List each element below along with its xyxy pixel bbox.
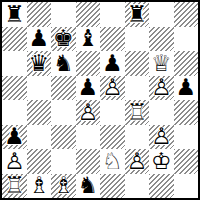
square-d4[interactable]: ♟♙: [76, 100, 101, 125]
black-pawn: ♟: [27, 27, 52, 52]
square-b6[interactable]: ♛: [27, 51, 52, 76]
white-bishop-fill: ♝: [51, 174, 76, 199]
square-g8[interactable]: [149, 2, 174, 27]
black-rook: ♜: [125, 2, 150, 27]
square-e4[interactable]: [100, 100, 125, 125]
square-b5[interactable]: [27, 76, 52, 101]
square-e2[interactable]: ♞♘: [100, 149, 125, 174]
square-f8[interactable]: ♜: [125, 2, 150, 27]
white-pawn: ♙: [2, 149, 27, 174]
white-knight-fill: ♞: [100, 149, 125, 174]
white-bishop: ♗: [51, 174, 76, 199]
square-h8[interactable]: [174, 2, 199, 27]
square-b2[interactable]: [27, 149, 52, 174]
square-d8[interactable]: [76, 2, 101, 27]
square-e5[interactable]: ♟♙: [100, 76, 125, 101]
square-g2[interactable]: ♚♔: [149, 149, 174, 174]
white-queen: ♕: [149, 51, 174, 76]
square-g3[interactable]: ♟♙: [149, 125, 174, 150]
square-f5[interactable]: [125, 76, 150, 101]
square-f1[interactable]: [125, 174, 150, 199]
square-c7[interactable]: ♚: [51, 27, 76, 52]
square-d3[interactable]: [76, 125, 101, 150]
square-c3[interactable]: [51, 125, 76, 150]
square-a6[interactable]: [2, 51, 27, 76]
square-h1[interactable]: [174, 174, 199, 199]
white-pawn: ♙: [125, 149, 150, 174]
square-e6[interactable]: ♟: [100, 51, 125, 76]
black-pawn: ♟: [76, 76, 101, 101]
square-g6[interactable]: ♛♕: [149, 51, 174, 76]
square-a5[interactable]: [2, 76, 27, 101]
white-rook: ♖: [2, 174, 27, 199]
square-a3[interactable]: ♟: [2, 125, 27, 150]
square-c6[interactable]: ♞: [51, 51, 76, 76]
white-pawn-fill: ♟: [149, 76, 174, 101]
white-pawn: ♙: [100, 76, 125, 101]
white-pawn-fill: ♟: [149, 125, 174, 150]
square-f2[interactable]: ♟♙: [125, 149, 150, 174]
square-g1[interactable]: [149, 174, 174, 199]
black-bishop: ♝: [76, 27, 101, 52]
square-b1[interactable]: ♝♗: [27, 174, 52, 199]
square-h4[interactable]: [174, 100, 199, 125]
square-b3[interactable]: [27, 125, 52, 150]
square-f7[interactable]: [125, 27, 150, 52]
square-f3[interactable]: [125, 125, 150, 150]
square-b4[interactable]: [27, 100, 52, 125]
square-f4[interactable]: ♜♖: [125, 100, 150, 125]
black-knight: ♞: [76, 174, 101, 199]
square-h5[interactable]: ♟: [174, 76, 199, 101]
square-h6[interactable]: [174, 51, 199, 76]
square-c1[interactable]: ♝♗: [51, 174, 76, 199]
white-rook: ♖: [125, 100, 150, 125]
black-knight: ♞: [51, 51, 76, 76]
square-b7[interactable]: ♟: [27, 27, 52, 52]
white-rook-fill: ♜: [2, 174, 27, 199]
black-rook: ♜: [2, 2, 27, 27]
square-d7[interactable]: ♝: [76, 27, 101, 52]
square-a8[interactable]: ♜: [2, 2, 27, 27]
black-queen: ♛: [27, 51, 52, 76]
square-a1[interactable]: ♜♖: [2, 174, 27, 199]
square-e7[interactable]: [100, 27, 125, 52]
white-pawn-fill: ♟: [125, 149, 150, 174]
black-pawn: ♟: [2, 125, 27, 150]
white-king: ♔: [149, 149, 174, 174]
white-pawn-fill: ♟: [100, 76, 125, 101]
square-g7[interactable]: [149, 27, 174, 52]
square-b8[interactable]: [27, 2, 52, 27]
black-pawn: ♟: [174, 76, 199, 101]
square-c8[interactable]: [51, 2, 76, 27]
black-pawn: ♟: [100, 51, 125, 76]
chess-board: ♜♜♟♚♝♛♞♟♛♕♟♟♙♟♙♟♟♙♜♖♟♟♙♟♙♞♘♟♙♚♔♜♖♝♗♝♗♞: [0, 0, 200, 200]
white-rook-fill: ♜: [125, 100, 150, 125]
square-c4[interactable]: [51, 100, 76, 125]
square-g4[interactable]: [149, 100, 174, 125]
square-h2[interactable]: [174, 149, 199, 174]
white-bishop: ♗: [27, 174, 52, 199]
square-h7[interactable]: [174, 27, 199, 52]
square-a4[interactable]: [2, 100, 27, 125]
white-king-fill: ♚: [149, 149, 174, 174]
square-d1[interactable]: ♞: [76, 174, 101, 199]
white-pawn-fill: ♟: [76, 100, 101, 125]
square-a2[interactable]: ♟♙: [2, 149, 27, 174]
square-a7[interactable]: [2, 27, 27, 52]
chess-diagram: ♜♜♟♚♝♛♞♟♛♕♟♟♙♟♙♟♟♙♜♖♟♟♙♟♙♞♘♟♙♚♔♜♖♝♗♝♗♞: [0, 0, 200, 200]
square-c2[interactable]: [51, 149, 76, 174]
white-pawn-fill: ♟: [2, 149, 27, 174]
white-pawn: ♙: [76, 100, 101, 125]
black-king: ♚: [51, 27, 76, 52]
white-pawn: ♙: [149, 76, 174, 101]
square-h3[interactable]: [174, 125, 199, 150]
square-d5[interactable]: ♟: [76, 76, 101, 101]
white-queen-fill: ♛: [149, 51, 174, 76]
square-e1[interactable]: [100, 174, 125, 199]
square-d6[interactable]: [76, 51, 101, 76]
square-d2[interactable]: [76, 149, 101, 174]
square-g5[interactable]: ♟♙: [149, 76, 174, 101]
square-c5[interactable]: [51, 76, 76, 101]
square-e8[interactable]: [100, 2, 125, 27]
square-f6[interactable]: [125, 51, 150, 76]
white-bishop-fill: ♝: [27, 174, 52, 199]
white-pawn: ♙: [149, 125, 174, 150]
white-knight: ♘: [100, 149, 125, 174]
square-e3[interactable]: [100, 125, 125, 150]
